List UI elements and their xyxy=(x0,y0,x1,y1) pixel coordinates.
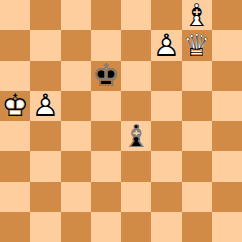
square-a7[interactable] xyxy=(0,30,30,60)
white-pawn-piece[interactable]: ♟♙ xyxy=(151,30,181,60)
square-f5[interactable] xyxy=(151,91,181,121)
black-king-glyph-outline: ♔ xyxy=(91,61,121,91)
square-c2[interactable] xyxy=(61,182,91,212)
square-a3[interactable] xyxy=(0,151,30,181)
white-king-glyph-outline: ♔ xyxy=(0,91,30,121)
square-g4[interactable] xyxy=(182,121,212,151)
square-g6[interactable] xyxy=(182,61,212,91)
square-b2[interactable] xyxy=(30,182,60,212)
white-pawn-glyph-fill: ♟ xyxy=(151,30,181,60)
square-d3[interactable] xyxy=(91,151,121,181)
square-f3[interactable] xyxy=(151,151,181,181)
square-c6[interactable] xyxy=(61,61,91,91)
square-g1[interactable] xyxy=(182,212,212,242)
white-pawn-glyph-outline: ♙ xyxy=(30,91,60,121)
white-bishop-glyph-outline: ♗ xyxy=(182,0,212,30)
square-f7[interactable]: ♟♙ xyxy=(151,30,181,60)
square-f4[interactable] xyxy=(151,121,181,151)
square-h7[interactable] xyxy=(212,30,242,60)
square-b8[interactable] xyxy=(30,0,60,30)
square-e4[interactable]: ♝♗ xyxy=(121,121,151,151)
black-bishop-piece[interactable]: ♝♗ xyxy=(121,121,151,151)
square-a2[interactable] xyxy=(0,182,30,212)
white-bishop-piece[interactable]: ♝♗ xyxy=(182,0,212,30)
square-g8[interactable]: ♝♗ xyxy=(182,0,212,30)
square-d5[interactable] xyxy=(91,91,121,121)
square-a8[interactable] xyxy=(0,0,30,30)
black-king-piece[interactable]: ♚♔ xyxy=(91,61,121,91)
square-d1[interactable] xyxy=(91,212,121,242)
square-e2[interactable] xyxy=(121,182,151,212)
square-g7[interactable]: ♛♕ xyxy=(182,30,212,60)
square-a1[interactable] xyxy=(0,212,30,242)
square-a5[interactable]: ♚♔ xyxy=(0,91,30,121)
white-pawn-piece[interactable]: ♟♙ xyxy=(30,91,60,121)
square-h8[interactable] xyxy=(212,0,242,30)
white-queen-glyph-fill: ♛ xyxy=(182,30,212,60)
square-c5[interactable] xyxy=(61,91,91,121)
square-g2[interactable] xyxy=(182,182,212,212)
square-h2[interactable] xyxy=(212,182,242,212)
white-king-glyph-fill: ♚ xyxy=(0,91,30,121)
black-king-glyph-fill: ♚ xyxy=(91,61,121,91)
white-queen-glyph-outline: ♕ xyxy=(182,30,212,60)
square-c4[interactable] xyxy=(61,121,91,151)
square-f1[interactable] xyxy=(151,212,181,242)
square-c1[interactable] xyxy=(61,212,91,242)
square-h4[interactable] xyxy=(212,121,242,151)
square-e8[interactable] xyxy=(121,0,151,30)
chess-board: ♝♗♟♙♛♕♚♔♚♔♟♙♝♗ xyxy=(0,0,242,242)
square-e5[interactable] xyxy=(121,91,151,121)
square-b1[interactable] xyxy=(30,212,60,242)
square-h3[interactable] xyxy=(212,151,242,181)
square-d4[interactable] xyxy=(91,121,121,151)
square-d8[interactable] xyxy=(91,0,121,30)
white-pawn-glyph-fill: ♟ xyxy=(30,91,60,121)
square-d7[interactable] xyxy=(91,30,121,60)
square-b6[interactable] xyxy=(30,61,60,91)
white-bishop-glyph-fill: ♝ xyxy=(182,0,212,30)
square-e3[interactable] xyxy=(121,151,151,181)
square-f6[interactable] xyxy=(151,61,181,91)
square-b7[interactable] xyxy=(30,30,60,60)
square-g5[interactable] xyxy=(182,91,212,121)
square-b3[interactable] xyxy=(30,151,60,181)
square-a4[interactable] xyxy=(0,121,30,151)
square-e1[interactable] xyxy=(121,212,151,242)
square-b4[interactable] xyxy=(30,121,60,151)
square-h1[interactable] xyxy=(212,212,242,242)
square-e6[interactable] xyxy=(121,61,151,91)
square-h6[interactable] xyxy=(212,61,242,91)
white-queen-piece[interactable]: ♛♕ xyxy=(182,30,212,60)
square-b5[interactable]: ♟♙ xyxy=(30,91,60,121)
white-pawn-glyph-outline: ♙ xyxy=(151,30,181,60)
square-d6[interactable]: ♚♔ xyxy=(91,61,121,91)
square-g3[interactable] xyxy=(182,151,212,181)
square-a6[interactable] xyxy=(0,61,30,91)
square-h5[interactable] xyxy=(212,91,242,121)
square-f8[interactable] xyxy=(151,0,181,30)
square-c3[interactable] xyxy=(61,151,91,181)
white-king-piece[interactable]: ♚♔ xyxy=(0,91,30,121)
square-e7[interactable] xyxy=(121,30,151,60)
square-c8[interactable] xyxy=(61,0,91,30)
black-bishop-glyph-fill: ♝ xyxy=(121,121,151,151)
black-bishop-glyph-outline: ♗ xyxy=(121,121,151,151)
square-c7[interactable] xyxy=(61,30,91,60)
square-f2[interactable] xyxy=(151,182,181,212)
square-d2[interactable] xyxy=(91,182,121,212)
